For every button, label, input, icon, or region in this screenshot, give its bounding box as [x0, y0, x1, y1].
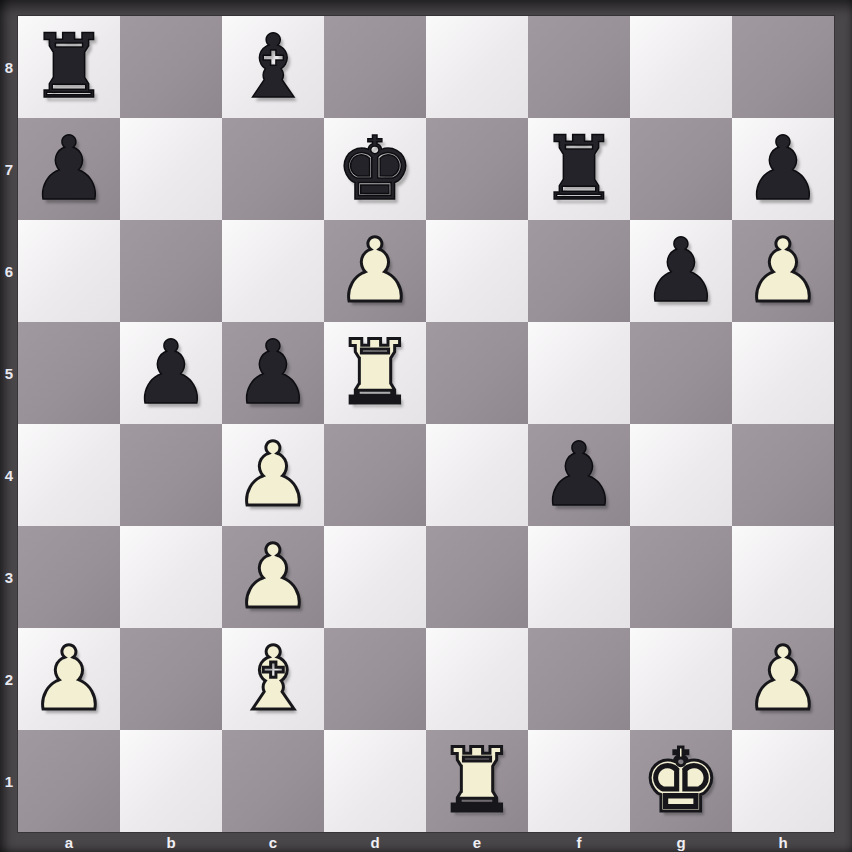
square-f2[interactable]: [528, 628, 630, 730]
square-h8[interactable]: [732, 16, 834, 118]
square-d4[interactable]: [324, 424, 426, 526]
square-a6[interactable]: [18, 220, 120, 322]
square-d1[interactable]: [324, 730, 426, 832]
square-c3[interactable]: ♟: [222, 526, 324, 628]
square-e7[interactable]: [426, 118, 528, 220]
file-labels: a b c d e f g h: [18, 832, 834, 852]
square-c5[interactable]: ♟: [222, 322, 324, 424]
square-g6[interactable]: ♟: [630, 220, 732, 322]
square-g1[interactable]: ♚: [630, 730, 732, 832]
square-e1[interactable]: ♜: [426, 730, 528, 832]
black-pawn-piece: ♟: [30, 125, 109, 213]
black-rook-piece: ♜: [30, 23, 109, 111]
square-g2[interactable]: [630, 628, 732, 730]
square-b1[interactable]: [120, 730, 222, 832]
square-b3[interactable]: [120, 526, 222, 628]
black-rook-piece: ♜: [540, 125, 619, 213]
square-c7[interactable]: [222, 118, 324, 220]
square-e4[interactable]: [426, 424, 528, 526]
square-g3[interactable]: [630, 526, 732, 628]
square-d3[interactable]: [324, 526, 426, 628]
rank-label-3: 3: [0, 526, 18, 628]
square-d8[interactable]: [324, 16, 426, 118]
file-label-c: c: [222, 832, 324, 852]
square-a3[interactable]: [18, 526, 120, 628]
rank-label-6: 6: [0, 220, 18, 322]
file-label-b: b: [120, 832, 222, 852]
square-c6[interactable]: [222, 220, 324, 322]
white-pawn-piece: ♟: [234, 533, 313, 621]
square-f8[interactable]: [528, 16, 630, 118]
file-label-g: g: [630, 832, 732, 852]
rank-label-1: 1: [0, 730, 18, 832]
square-h4[interactable]: [732, 424, 834, 526]
square-a8[interactable]: ♜: [18, 16, 120, 118]
white-pawn-piece: ♟: [30, 635, 109, 723]
square-c1[interactable]: [222, 730, 324, 832]
square-g5[interactable]: [630, 322, 732, 424]
square-b2[interactable]: [120, 628, 222, 730]
square-a1[interactable]: [18, 730, 120, 832]
square-d6[interactable]: ♟: [324, 220, 426, 322]
square-d7[interactable]: ♚: [324, 118, 426, 220]
square-f5[interactable]: [528, 322, 630, 424]
square-a5[interactable]: [18, 322, 120, 424]
square-c8[interactable]: ♝: [222, 16, 324, 118]
black-pawn-piece: ♟: [540, 431, 619, 519]
square-h1[interactable]: [732, 730, 834, 832]
square-b6[interactable]: [120, 220, 222, 322]
white-bishop-piece: ♝: [234, 635, 313, 723]
white-pawn-piece: ♟: [744, 635, 823, 723]
square-b7[interactable]: [120, 118, 222, 220]
file-label-e: e: [426, 832, 528, 852]
rank-label-8: 8: [0, 16, 18, 118]
square-b5[interactable]: ♟: [120, 322, 222, 424]
square-f4[interactable]: ♟: [528, 424, 630, 526]
white-pawn-piece: ♟: [234, 431, 313, 519]
square-h6[interactable]: ♟: [732, 220, 834, 322]
black-pawn-piece: ♟: [132, 329, 211, 417]
black-king-piece: ♚: [336, 125, 415, 213]
black-bishop-piece: ♝: [234, 23, 313, 111]
square-f3[interactable]: [528, 526, 630, 628]
square-h5[interactable]: [732, 322, 834, 424]
square-g7[interactable]: [630, 118, 732, 220]
white-pawn-piece: ♟: [744, 227, 823, 315]
rank-label-7: 7: [0, 118, 18, 220]
square-a2[interactable]: ♟: [18, 628, 120, 730]
white-pawn-piece: ♟: [336, 227, 415, 315]
square-e8[interactable]: [426, 16, 528, 118]
square-c4[interactable]: ♟: [222, 424, 324, 526]
file-label-f: f: [528, 832, 630, 852]
square-f7[interactable]: ♜: [528, 118, 630, 220]
square-e3[interactable]: [426, 526, 528, 628]
rank-label-2: 2: [0, 628, 18, 730]
square-e6[interactable]: [426, 220, 528, 322]
square-a7[interactable]: ♟: [18, 118, 120, 220]
square-c2[interactable]: ♝: [222, 628, 324, 730]
square-e2[interactable]: [426, 628, 528, 730]
square-a4[interactable]: [18, 424, 120, 526]
chess-board: ♜ ♝ ♟ ♚ ♜ ♟ ♟ ♟ ♟ ♟ ♟ ♜ ♟: [18, 16, 834, 832]
square-h7[interactable]: ♟: [732, 118, 834, 220]
chess-board-frame: 8 7 6 5 4 3 2 1 ♜ ♝ ♟ ♚ ♜ ♟ ♟ ♟ ♟ ♟ ♟: [0, 0, 852, 852]
rank-labels: 8 7 6 5 4 3 2 1: [0, 16, 18, 832]
white-rook-piece: ♜: [336, 329, 415, 417]
black-pawn-piece: ♟: [744, 125, 823, 213]
square-g4[interactable]: [630, 424, 732, 526]
square-e5[interactable]: [426, 322, 528, 424]
square-d5[interactable]: ♜: [324, 322, 426, 424]
rank-label-4: 4: [0, 424, 18, 526]
square-h3[interactable]: [732, 526, 834, 628]
file-label-h: h: [732, 832, 834, 852]
white-king-piece: ♚: [642, 737, 721, 825]
square-f1[interactable]: [528, 730, 630, 832]
file-label-a: a: [18, 832, 120, 852]
square-f6[interactable]: [528, 220, 630, 322]
square-h2[interactable]: ♟: [732, 628, 834, 730]
white-rook-piece: ♜: [438, 737, 517, 825]
square-d2[interactable]: [324, 628, 426, 730]
square-b4[interactable]: [120, 424, 222, 526]
square-g8[interactable]: [630, 16, 732, 118]
rank-label-5: 5: [0, 322, 18, 424]
black-pawn-piece: ♟: [642, 227, 721, 315]
black-pawn-piece: ♟: [234, 329, 313, 417]
square-b8[interactable]: [120, 16, 222, 118]
file-label-d: d: [324, 832, 426, 852]
